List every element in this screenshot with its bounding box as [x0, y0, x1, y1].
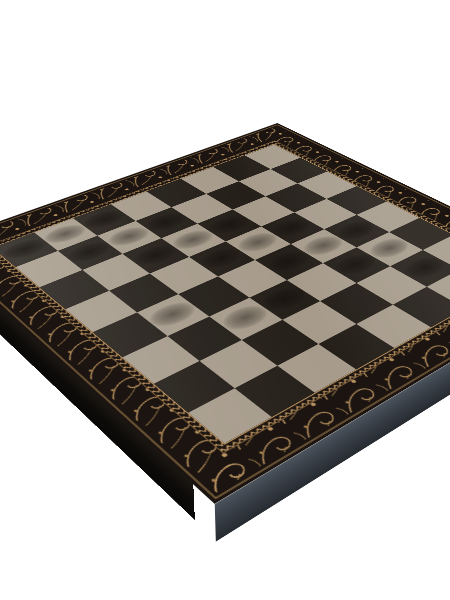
piece-glyph: ♜ [369, 154, 450, 271]
photo-scene: ♜♝♟♚♛♟♝♞♜♟♟♞♟♛♚♞♟♝♟♟♜ [0, 0, 450, 600]
piece-glyph: ♜ [186, 195, 306, 322]
chess-board: ♜♝♟♚♛♟♝♞♜♟♟♞♟♛♚♞♟♝♟♟♜ [0, 123, 450, 504]
chess-set-photo: ♜♝♟♚♛♟♝♞♜♟♟♞♟♛♚♞♟♝♟♟♜ [0, 0, 450, 600]
